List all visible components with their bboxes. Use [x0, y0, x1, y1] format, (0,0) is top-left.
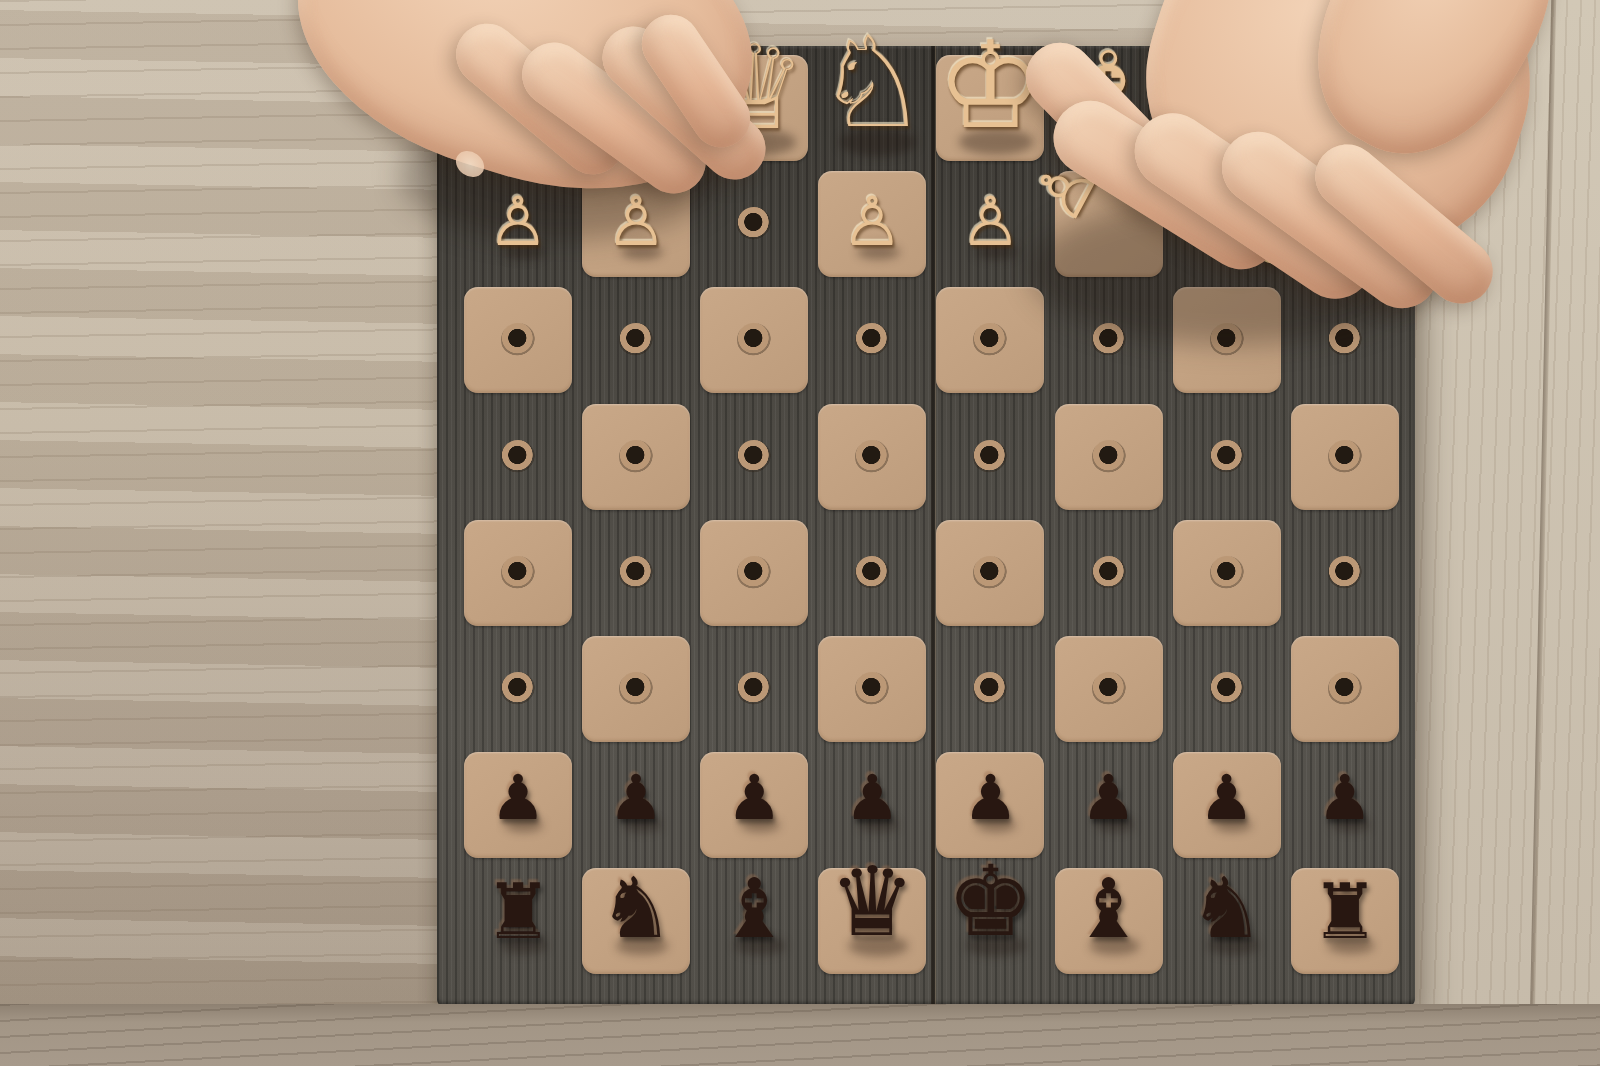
square-f4[interactable]	[1050, 399, 1168, 515]
peg-hole	[973, 672, 1007, 706]
square-h5[interactable]	[1286, 515, 1404, 631]
piece-black-bishop[interactable]: ♝	[1072, 868, 1146, 950]
square-d4[interactable]	[813, 399, 931, 515]
peg-hole	[737, 672, 771, 706]
square-a3[interactable]	[459, 282, 577, 398]
square-h6[interactable]	[1286, 631, 1404, 747]
piece-white-pawn[interactable]: ♙	[842, 188, 903, 256]
peg-hole	[737, 556, 771, 590]
peg-hole	[1092, 440, 1126, 474]
peg-hole	[1328, 672, 1362, 706]
square-e3[interactable]	[931, 282, 1049, 398]
peg-hole	[737, 207, 771, 241]
piece-black-pawn[interactable]: ♟	[1081, 767, 1137, 829]
peg-hole	[855, 672, 889, 706]
square-b5[interactable]	[577, 515, 695, 631]
square-a4[interactable]	[459, 399, 577, 515]
peg-hole	[619, 672, 653, 706]
peg-hole	[1328, 440, 1362, 474]
square-b3[interactable]	[577, 282, 695, 398]
piece-black-knight[interactable]: ♞	[598, 866, 673, 950]
photo-canvas: ♕♘♔♗♙♙♙♙♙♟♟♟♟♟♟♟♟♜♞♝♛♚♝♞♜	[0, 0, 1600, 1066]
piece-white-pawn[interactable]: ♙	[488, 188, 549, 256]
tabletop-below-board	[0, 1004, 1600, 1066]
square-d3[interactable]	[813, 282, 931, 398]
piece-black-queen[interactable]: ♛	[829, 854, 915, 950]
piece-black-knight[interactable]: ♞	[1189, 866, 1264, 950]
peg-hole	[855, 440, 889, 474]
square-a6[interactable]	[459, 631, 577, 747]
peg-hole	[737, 323, 771, 357]
piece-black-pawn[interactable]: ♟	[608, 767, 664, 829]
peg-hole	[855, 556, 889, 590]
peg-hole	[501, 556, 535, 590]
square-c6[interactable]	[695, 631, 813, 747]
piece-black-pawn[interactable]: ♟	[1317, 767, 1373, 829]
peg-hole	[501, 323, 535, 357]
piece-black-rook[interactable]: ♜	[484, 874, 552, 950]
square-d6[interactable]	[813, 631, 931, 747]
peg-hole	[973, 556, 1007, 590]
piece-white-pawn[interactable]: ♙	[960, 188, 1021, 256]
square-e5[interactable]	[931, 515, 1049, 631]
square-b4[interactable]	[577, 399, 695, 515]
peg-hole	[973, 323, 1007, 357]
piece-black-pawn[interactable]: ♟	[845, 767, 901, 829]
peg-hole	[501, 440, 535, 474]
square-f5[interactable]	[1050, 515, 1168, 631]
piece-black-rook[interactable]: ♜	[1311, 874, 1379, 950]
peg-hole	[619, 440, 653, 474]
square-g6[interactable]	[1168, 631, 1286, 747]
square-d5[interactable]	[813, 515, 931, 631]
square-g4[interactable]	[1168, 399, 1286, 515]
piece-black-pawn[interactable]: ♟	[963, 767, 1019, 829]
piece-black-pawn[interactable]: ♟	[490, 767, 546, 829]
piece-white-pawn[interactable]: ♙	[606, 188, 667, 256]
piece-black-pawn[interactable]: ♟	[1199, 767, 1255, 829]
peg-hole	[1210, 672, 1244, 706]
piece-black-king[interactable]: ♚	[947, 852, 1035, 950]
square-g5[interactable]	[1168, 515, 1286, 631]
square-e4[interactable]	[931, 399, 1049, 515]
piece-black-bishop[interactable]: ♝	[717, 868, 791, 950]
peg-hole	[1210, 440, 1244, 474]
peg-hole	[737, 440, 771, 474]
piece-black-pawn[interactable]: ♟	[726, 767, 782, 829]
square-c4[interactable]	[695, 399, 813, 515]
peg-hole	[1092, 556, 1126, 590]
peg-hole	[855, 323, 889, 357]
peg-hole	[1328, 556, 1362, 590]
square-f6[interactable]	[1050, 631, 1168, 747]
square-b6[interactable]	[577, 631, 695, 747]
square-h4[interactable]	[1286, 399, 1404, 515]
square-e6[interactable]	[931, 631, 1049, 747]
tabletop-below-grain	[0, 1004, 1600, 1066]
peg-hole	[619, 556, 653, 590]
peg-hole	[973, 440, 1007, 474]
piece-white-knight[interactable]: ♘	[816, 20, 929, 146]
peg-hole	[501, 672, 535, 706]
peg-hole	[619, 323, 653, 357]
square-c5[interactable]	[695, 515, 813, 631]
square-a5[interactable]	[459, 515, 577, 631]
peg-hole	[1092, 672, 1126, 706]
square-c3[interactable]	[695, 282, 813, 398]
peg-hole	[1210, 556, 1244, 590]
